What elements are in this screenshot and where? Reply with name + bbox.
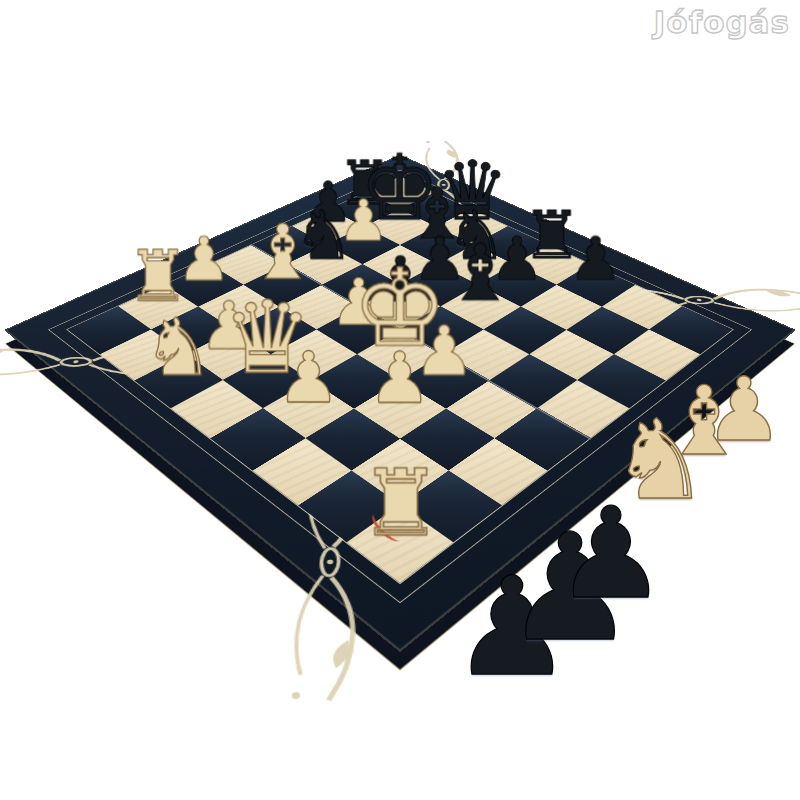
square-h3[interactable]: ♟ bbox=[557, 264, 635, 306]
black-rook-h4[interactable]: ♜ bbox=[523, 208, 582, 264]
square-h7[interactable] bbox=[400, 192, 470, 226]
black-knight-e7[interactable]: ♞ bbox=[294, 207, 355, 265]
off-board-black-pawn-3[interactable]: ♟ bbox=[555, 500, 668, 607]
square-f8[interactable]: ♟ bbox=[292, 209, 364, 245]
black-bishop-f4[interactable]: ♝ bbox=[446, 240, 516, 306]
black-knight-g5[interactable]: ♞ bbox=[446, 207, 507, 265]
white-pawn-c8[interactable]: ♟ bbox=[177, 233, 231, 284]
carved-ornament-left-corner bbox=[412, 136, 482, 243]
black-pawn-g4[interactable]: ♟ bbox=[490, 233, 544, 284]
white-knight-a6[interactable]: ♞ bbox=[143, 313, 214, 380]
black-queen-h6[interactable]: ♛ bbox=[435, 157, 508, 226]
square-e8[interactable] bbox=[252, 226, 326, 264]
white-pawn-b4[interactable]: ♟ bbox=[277, 348, 340, 408]
square-h4[interactable]: ♜ bbox=[514, 245, 590, 285]
square-g4[interactable]: ♟ bbox=[478, 264, 556, 306]
white-rook-b8[interactable]: ♜ bbox=[127, 247, 190, 306]
square-g3[interactable] bbox=[521, 285, 602, 330]
jofogas-watermark: Jófogás bbox=[654, 4, 790, 40]
black-pawn-f8[interactable]: ♟ bbox=[303, 179, 353, 226]
white-bishop-d7[interactable]: ♝ bbox=[249, 221, 317, 285]
square-g7[interactable]: ♚ bbox=[364, 209, 436, 245]
black-rook-g8[interactable]: ♜ bbox=[338, 157, 392, 209]
black-bishop-g6[interactable]: ♝ bbox=[405, 184, 469, 245]
square-h8[interactable] bbox=[366, 177, 434, 209]
black-pawn-h3[interactable]: ♟ bbox=[569, 233, 623, 284]
off-board-white-pawn-3[interactable]: ♟ bbox=[705, 373, 784, 448]
square-h2[interactable] bbox=[602, 285, 683, 330]
square-h6[interactable]: ♛ bbox=[436, 209, 508, 245]
black-king-g7[interactable]: ♚ bbox=[360, 150, 441, 227]
white-pawn-c3[interactable]: ♟ bbox=[368, 348, 431, 408]
white-rook-a1[interactable]: ♜ bbox=[359, 464, 441, 542]
square-g5[interactable]: ♞ bbox=[438, 245, 514, 285]
square-g8[interactable]: ♜ bbox=[330, 192, 400, 226]
white-pawn-f7[interactable]: ♟ bbox=[337, 196, 388, 244]
square-h5[interactable] bbox=[474, 226, 548, 264]
